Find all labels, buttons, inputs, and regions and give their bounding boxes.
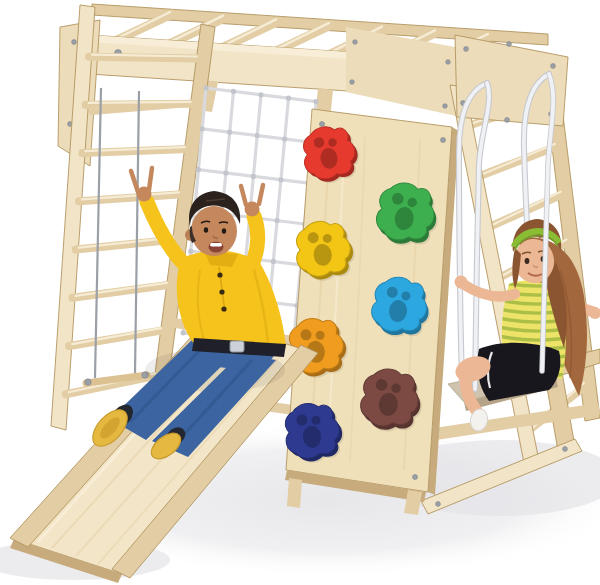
screw [441,138,446,143]
trapeze-cap [85,379,91,385]
boy-left-hand [137,187,152,202]
girl-right-hand [455,276,468,289]
screw [507,42,512,47]
net-knot [278,177,283,182]
net-knot [255,133,260,138]
belt-buckle [230,341,244,352]
boy-eye [204,227,208,233]
product-photo-stage [0,0,600,585]
net-knot [231,89,236,94]
screw [436,502,441,507]
screw [320,122,325,127]
net-knot [271,259,276,264]
net-knot [282,136,287,141]
net-knot [286,96,291,101]
net-knot [251,174,256,179]
net-knot [203,85,208,90]
boy-eye [222,228,226,234]
boy-right-hand [245,202,260,217]
screw [350,80,355,85]
playset-photo [0,0,600,585]
screw [563,447,568,452]
net-knot [227,130,232,135]
boy-finger [149,168,152,190]
net-knot [200,126,205,131]
screw [464,47,469,52]
net-knot [258,92,263,97]
screw [443,104,448,109]
screw [413,475,418,480]
shirt-button [219,289,224,294]
screw [551,64,556,69]
net-knot [196,167,201,172]
net-knot [313,99,318,104]
net-knot [223,170,228,175]
boy-teeth [210,243,222,247]
screw [72,40,77,45]
net-knot [188,249,193,254]
wall-leg [287,478,302,508]
shirt-button [221,306,226,311]
girl-eye [525,258,530,264]
screw [505,118,510,123]
net-knot [181,330,186,335]
shirt-button [217,272,222,277]
screw [446,60,451,65]
net-knot [275,218,280,223]
screw [353,40,358,45]
